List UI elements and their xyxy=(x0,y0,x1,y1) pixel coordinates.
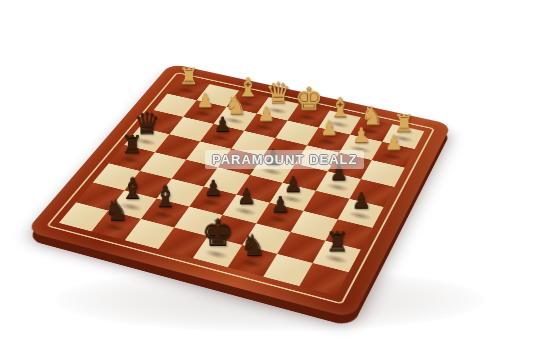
piece-glyph: ♟ xyxy=(270,194,290,216)
piece-glyph: ♟ xyxy=(384,132,402,153)
piece-glyph: ♜ xyxy=(178,64,199,87)
piece-glyph: ♚ xyxy=(201,213,234,250)
product-photo-scene: ♜♝♛♚♝♞♜♟♞♟♟♟♟♟♛♟♟♜♟♟♟♟♟♝♝♜♞♚♞ PARAMOUNT … xyxy=(0,0,533,355)
piece-glyph: ♝ xyxy=(152,182,178,211)
perspective-scene: ♜♝♛♚♝♞♜♟♞♟♟♟♟♟♛♟♟♜♟♟♟♟♟♝♝♜♞♚♞ xyxy=(0,0,533,355)
watermark: PARAMOUNT DEALZ xyxy=(205,150,364,169)
piece-glyph: ♞ xyxy=(104,195,129,223)
piece-glyph: ♟ xyxy=(257,104,275,124)
piece-glyph: ♟ xyxy=(352,125,370,145)
chessboard: ♜♝♛♚♝♞♜♟♞♟♟♟♟♟♛♟♟♜♟♟♟♟♟♝♝♜♞♚♞ xyxy=(26,63,452,318)
piece-glyph: ♟ xyxy=(351,190,371,212)
piece-glyph: ♟ xyxy=(237,185,256,207)
piece-glyph: ♜ xyxy=(325,228,349,255)
piece-glyph: ♟ xyxy=(196,91,214,111)
piece-glyph: ♚ xyxy=(294,82,323,114)
piece-glyph: ♜ xyxy=(121,132,143,157)
piece-glyph: ♟ xyxy=(320,118,338,138)
piece-glyph: ♟ xyxy=(203,177,222,199)
piece-glyph: ♟ xyxy=(213,114,231,134)
piece-glyph: ♞ xyxy=(239,230,265,259)
